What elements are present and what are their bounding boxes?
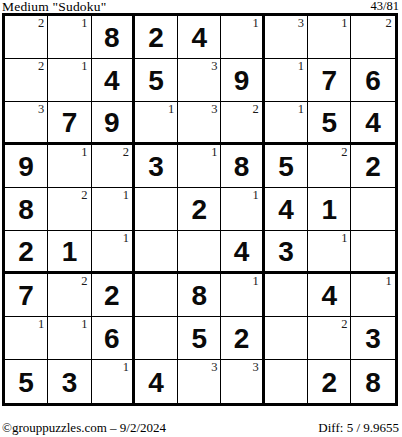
difficulty-label: Diff: 5 / 9.9655 — [318, 420, 399, 436]
cell-r5c2[interactable]: 2 — [48, 188, 91, 231]
cell-r4c9[interactable]: 2 — [351, 145, 394, 188]
cell-value: 4 — [365, 109, 381, 137]
cell-r6c1[interactable]: 2 — [5, 231, 48, 274]
pencil-mark: 1 — [123, 360, 129, 374]
cell-r8c3[interactable]: 6 — [92, 317, 135, 360]
cell-r8c4[interactable] — [135, 317, 178, 360]
cell-r2c6[interactable]: 9 — [221, 59, 264, 102]
cell-value: 9 — [234, 67, 250, 95]
cell-value: 2 — [104, 282, 120, 310]
cell-r6c5[interactable] — [178, 231, 221, 274]
pencil-mark: 1 — [123, 188, 129, 202]
cell-r1c4[interactable]: 2 — [135, 16, 178, 59]
cell-r3c5[interactable]: 3 — [178, 102, 221, 145]
pencil-mark: 2 — [341, 317, 347, 331]
cell-r5c4[interactable] — [135, 188, 178, 231]
cell-r1c2[interactable]: 1 — [48, 16, 91, 59]
cell-r4c3[interactable]: 2 — [92, 145, 135, 188]
cell-r8c9[interactable]: 3 — [351, 317, 394, 360]
cell-value: 2 — [148, 24, 164, 52]
pencil-mark: 1 — [211, 145, 217, 159]
cell-r5c7[interactable]: 4 — [265, 188, 308, 231]
pencil-mark: 1 — [253, 274, 259, 288]
cell-r1c8[interactable]: 1 — [308, 16, 351, 59]
cell-r2c9[interactable]: 6 — [351, 59, 394, 102]
cell-value: 4 — [148, 369, 164, 397]
cell-r6c4[interactable] — [135, 231, 178, 274]
cell-r9c8[interactable]: 2 — [308, 360, 351, 403]
footer: ©grouppuzzles.com – 9/2/2024 Diff: 5 / 9… — [2, 420, 399, 436]
cell-value: 2 — [321, 369, 337, 397]
pencil-mark: 1 — [123, 231, 129, 245]
cell-r5c9[interactable] — [351, 188, 394, 231]
pencil-mark: 2 — [123, 145, 129, 159]
cell-r8c1[interactable]: 1 — [5, 317, 48, 360]
cell-value: 4 — [321, 282, 337, 310]
cell-r6c7[interactable]: 3 — [265, 231, 308, 274]
cell-value: 2 — [18, 238, 34, 266]
pencil-mark: 2 — [341, 145, 347, 159]
pencil-mark: 1 — [81, 16, 87, 30]
pencil-mark: 1 — [253, 188, 259, 202]
cell-r8c5[interactable]: 5 — [178, 317, 221, 360]
cell-r5c1[interactable]: 8 — [5, 188, 48, 231]
cell-r7c7[interactable] — [265, 274, 308, 317]
cell-value: 8 — [104, 24, 120, 52]
cell-value: 2 — [192, 196, 208, 224]
cell-value: 1 — [321, 196, 337, 224]
cell-value: 8 — [365, 369, 381, 397]
cell-value: 2 — [234, 325, 250, 353]
cell-r3c8[interactable]: 5 — [308, 102, 351, 145]
cell-value: 8 — [192, 282, 208, 310]
cell-r6c2[interactable]: 1 — [48, 231, 91, 274]
cell-r4c8[interactable]: 2 — [308, 145, 351, 188]
cell-r4c7[interactable]: 5 — [265, 145, 308, 188]
cell-value: 3 — [365, 325, 381, 353]
cell-r1c3[interactable]: 8 — [92, 16, 135, 59]
cell-r8c2[interactable]: 1 — [48, 317, 91, 360]
cell-r6c9[interactable] — [351, 231, 394, 274]
cell-value: 9 — [104, 109, 120, 137]
cell-r8c7[interactable] — [265, 317, 308, 360]
cell-r7c8[interactable]: 4 — [308, 274, 351, 317]
cell-value: 6 — [104, 325, 120, 353]
cell-value: 9 — [18, 153, 34, 181]
pencil-mark: 1 — [81, 145, 87, 159]
pencil-mark: 1 — [253, 16, 259, 30]
cell-value: 6 — [365, 67, 381, 95]
cell-r2c3[interactable]: 4 — [92, 59, 135, 102]
cell-value: 5 — [148, 67, 164, 95]
cell-r2c4[interactable]: 5 — [135, 59, 178, 102]
cell-r7c1[interactable]: 7 — [5, 274, 48, 317]
cell-r4c4[interactable]: 3 — [135, 145, 178, 188]
cell-r2c2[interactable]: 1 — [48, 59, 91, 102]
cell-value: 8 — [18, 196, 34, 224]
cell-r2c7[interactable]: 1 — [265, 59, 308, 102]
cell-r3c7[interactable]: 1 — [265, 102, 308, 145]
cell-value: 1 — [62, 238, 78, 266]
cell-r6c8[interactable]: 1 — [308, 231, 351, 274]
pencil-mark: 2 — [38, 16, 44, 30]
cell-r4c2[interactable]: 1 — [48, 145, 91, 188]
cell-r9c1[interactable]: 5 — [5, 360, 48, 403]
pencil-mark: 3 — [211, 102, 217, 116]
cell-r7c3[interactable]: 2 — [92, 274, 135, 317]
cell-r3c9[interactable]: 4 — [351, 102, 394, 145]
cell-r9c6[interactable]: 3 — [221, 360, 264, 403]
pencil-mark: 1 — [341, 231, 347, 245]
cell-r4c5[interactable]: 1 — [178, 145, 221, 188]
cell-value: 7 — [18, 282, 34, 310]
cell-r9c5[interactable]: 3 — [178, 360, 221, 403]
cell-value: 3 — [278, 238, 294, 266]
cell-value: 7 — [62, 109, 78, 137]
pencil-mark: 2 — [81, 188, 87, 202]
cell-value: 2 — [365, 153, 381, 181]
pencil-mark: 1 — [38, 317, 44, 331]
pencil-mark: 3 — [38, 102, 44, 116]
clue-counter: 43/81 — [371, 0, 399, 14]
cell-r5c6[interactable]: 1 — [221, 188, 264, 231]
pencil-mark: 2 — [385, 16, 391, 30]
pencil-mark: 2 — [81, 274, 87, 288]
cell-r9c3[interactable]: 1 — [92, 360, 135, 403]
cell-r2c5[interactable]: 3 — [178, 59, 221, 102]
cell-r1c5[interactable]: 4 — [178, 16, 221, 59]
cell-r7c4[interactable] — [135, 274, 178, 317]
cell-r9c9[interactable]: 8 — [351, 360, 394, 403]
cell-r7c5[interactable]: 8 — [178, 274, 221, 317]
pencil-mark: 1 — [298, 102, 304, 116]
cell-r5c5[interactable]: 2 — [178, 188, 221, 231]
cell-value: 5 — [192, 325, 208, 353]
pencil-mark: 2 — [253, 102, 259, 116]
cell-r7c6[interactable]: 1 — [221, 274, 264, 317]
cell-value: 3 — [148, 153, 164, 181]
cell-r6c3[interactable]: 1 — [92, 231, 135, 274]
cell-r3c4[interactable]: 1 — [135, 102, 178, 145]
cell-r4c1[interactable]: 9 — [5, 145, 48, 188]
cell-value: 8 — [234, 153, 250, 181]
pencil-mark: 2 — [38, 59, 44, 73]
footer-credit: ©grouppuzzles.com – 9/2/2024 — [2, 420, 166, 436]
cell-r8c8[interactable]: 2 — [308, 317, 351, 360]
cell-value: 5 — [321, 109, 337, 137]
cell-r3c1[interactable]: 3 — [5, 102, 48, 145]
pencil-mark: 3 — [253, 360, 259, 374]
pencil-mark: 1 — [81, 317, 87, 331]
cell-r9c4[interactable]: 4 — [135, 360, 178, 403]
cell-value: 4 — [192, 24, 208, 52]
cell-r3c2[interactable]: 7 — [48, 102, 91, 145]
cell-r8c6[interactable]: 2 — [221, 317, 264, 360]
cell-r4c6[interactable]: 8 — [221, 145, 264, 188]
cell-value: 5 — [278, 153, 294, 181]
cell-value: 4 — [278, 196, 294, 224]
cell-r7c2[interactable]: 2 — [48, 274, 91, 317]
cell-r3c3[interactable]: 9 — [92, 102, 135, 145]
sudoku-grid: 2182413122145391763791321549123185228212… — [2, 13, 398, 406]
pencil-mark: 1 — [168, 102, 174, 116]
cell-r1c6[interactable]: 1 — [221, 16, 264, 59]
pencil-mark: 1 — [298, 59, 304, 73]
cell-r1c7[interactable]: 3 — [265, 16, 308, 59]
cell-value: 5 — [18, 369, 34, 397]
cell-r7c9[interactable]: 1 — [351, 274, 394, 317]
cell-r5c8[interactable]: 1 — [308, 188, 351, 231]
cell-r5c3[interactable]: 1 — [92, 188, 135, 231]
pencil-mark: 3 — [211, 360, 217, 374]
cell-r1c9[interactable]: 2 — [351, 16, 394, 59]
cell-r9c2[interactable]: 3 — [48, 360, 91, 403]
pencil-mark: 3 — [298, 16, 304, 30]
pencil-mark: 3 — [211, 59, 217, 73]
cell-r2c1[interactable]: 2 — [5, 59, 48, 102]
pencil-mark: 1 — [341, 16, 347, 30]
cell-value: 4 — [234, 238, 250, 266]
cell-value: 4 — [104, 67, 120, 95]
cell-r6c6[interactable]: 4 — [221, 231, 264, 274]
cell-r9c7[interactable] — [265, 360, 308, 403]
cell-r2c8[interactable]: 7 — [308, 59, 351, 102]
cell-r1c1[interactable]: 2 — [5, 16, 48, 59]
pencil-mark: 1 — [81, 59, 87, 73]
cell-value: 3 — [62, 369, 78, 397]
pencil-mark: 1 — [385, 274, 391, 288]
cell-r3c6[interactable]: 2 — [221, 102, 264, 145]
cell-value: 7 — [321, 67, 337, 95]
